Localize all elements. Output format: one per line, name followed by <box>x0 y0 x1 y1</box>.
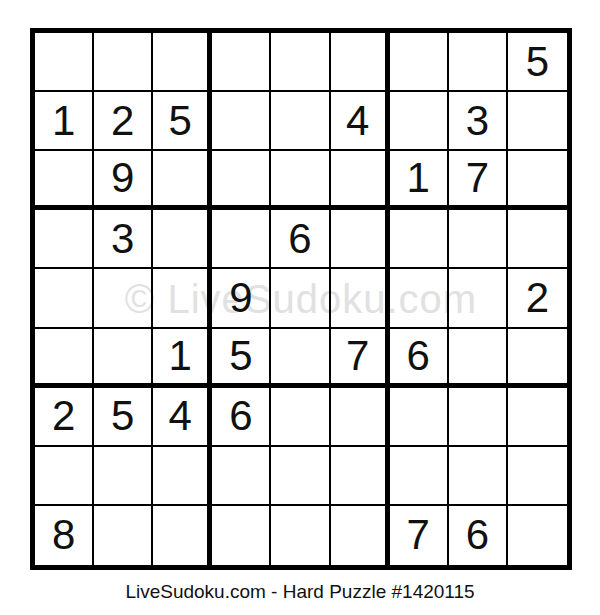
cell-r1c3[interactable] <box>153 33 212 92</box>
cell-r1c1[interactable] <box>35 33 94 92</box>
cell-r7c1: 2 <box>35 388 94 447</box>
cell-r8c5[interactable] <box>271 447 330 506</box>
cell-r6c6: 7 <box>331 329 390 388</box>
cell-r2c8: 3 <box>449 92 508 151</box>
cell-r7c5[interactable] <box>271 388 330 447</box>
cell-r7c8[interactable] <box>449 388 508 447</box>
cell-r8c7[interactable] <box>390 447 449 506</box>
cell-r4c6[interactable] <box>331 210 390 269</box>
cell-r8c9[interactable] <box>508 447 567 506</box>
cell-r5c8[interactable] <box>449 269 508 328</box>
cell-r7c3: 4 <box>153 388 212 447</box>
cell-r9c2[interactable] <box>94 506 153 565</box>
cell-r1c9: 5 <box>508 33 567 92</box>
cell-r9c7: 7 <box>390 506 449 565</box>
cell-r6c9[interactable] <box>508 329 567 388</box>
cell-r5c2[interactable] <box>94 269 153 328</box>
cell-r2c2: 2 <box>94 92 153 151</box>
cell-r5c5[interactable] <box>271 269 330 328</box>
cell-r6c8[interactable] <box>449 329 508 388</box>
cell-r4c7[interactable] <box>390 210 449 269</box>
cell-r5c6[interactable] <box>331 269 390 328</box>
cell-r3c2: 9 <box>94 151 153 210</box>
cell-r3c9[interactable] <box>508 151 567 210</box>
cell-r5c7[interactable] <box>390 269 449 328</box>
cell-r7c2: 5 <box>94 388 153 447</box>
cell-r8c4[interactable] <box>212 447 271 506</box>
cell-r3c3[interactable] <box>153 151 212 210</box>
cell-r9c8: 6 <box>449 506 508 565</box>
cell-r3c4[interactable] <box>212 151 271 210</box>
cell-r6c1[interactable] <box>35 329 94 388</box>
cell-r9c6[interactable] <box>331 506 390 565</box>
cell-r7c7[interactable] <box>390 388 449 447</box>
cell-r1c2[interactable] <box>94 33 153 92</box>
cell-r4c3[interactable] <box>153 210 212 269</box>
cell-r5c1[interactable] <box>35 269 94 328</box>
cell-r1c8[interactable] <box>449 33 508 92</box>
cell-r3c6[interactable] <box>331 151 390 210</box>
cell-r9c3[interactable] <box>153 506 212 565</box>
cell-r4c9[interactable] <box>508 210 567 269</box>
cell-r3c7: 1 <box>390 151 449 210</box>
cell-r8c1[interactable] <box>35 447 94 506</box>
cell-r8c8[interactable] <box>449 447 508 506</box>
cell-r1c6[interactable] <box>331 33 390 92</box>
cell-r1c4[interactable] <box>212 33 271 92</box>
cell-r9c5[interactable] <box>271 506 330 565</box>
cell-r9c9[interactable] <box>508 506 567 565</box>
cell-r4c1[interactable] <box>35 210 94 269</box>
cell-r2c3: 5 <box>153 92 212 151</box>
cell-r6c5[interactable] <box>271 329 330 388</box>
sudoku-board: © LiveSudoku.com 5 1 2 5 4 3 9 1 7 3 <box>30 28 572 570</box>
cell-r7c6[interactable] <box>331 388 390 447</box>
cell-r4c8[interactable] <box>449 210 508 269</box>
cell-r1c5[interactable] <box>271 33 330 92</box>
cell-r6c3: 1 <box>153 329 212 388</box>
cell-r4c2: 3 <box>94 210 153 269</box>
sudoku-grid: 5 1 2 5 4 3 9 1 7 3 6 9 <box>35 33 567 565</box>
cell-r9c4[interactable] <box>212 506 271 565</box>
cell-r2c7[interactable] <box>390 92 449 151</box>
cell-r1c7[interactable] <box>390 33 449 92</box>
cell-r4c5: 6 <box>271 210 330 269</box>
cell-r8c2[interactable] <box>94 447 153 506</box>
cell-r7c4: 6 <box>212 388 271 447</box>
cell-r9c1: 8 <box>35 506 94 565</box>
cell-r3c8: 7 <box>449 151 508 210</box>
cell-r6c2[interactable] <box>94 329 153 388</box>
cell-r3c1[interactable] <box>35 151 94 210</box>
cell-r2c1: 1 <box>35 92 94 151</box>
cell-r5c4: 9 <box>212 269 271 328</box>
caption: LiveSudoku.com - Hard Puzzle #1420115 <box>0 581 600 603</box>
cell-r7c9[interactable] <box>508 388 567 447</box>
cell-r2c6: 4 <box>331 92 390 151</box>
cell-r2c4[interactable] <box>212 92 271 151</box>
cell-r2c9[interactable] <box>508 92 567 151</box>
cell-r5c9: 2 <box>508 269 567 328</box>
cell-r8c3[interactable] <box>153 447 212 506</box>
cell-r6c4: 5 <box>212 329 271 388</box>
cell-r3c5[interactable] <box>271 151 330 210</box>
cell-r6c7: 6 <box>390 329 449 388</box>
cell-r8c6[interactable] <box>331 447 390 506</box>
cell-r2c5[interactable] <box>271 92 330 151</box>
cell-r4c4[interactable] <box>212 210 271 269</box>
cell-r5c3[interactable] <box>153 269 212 328</box>
